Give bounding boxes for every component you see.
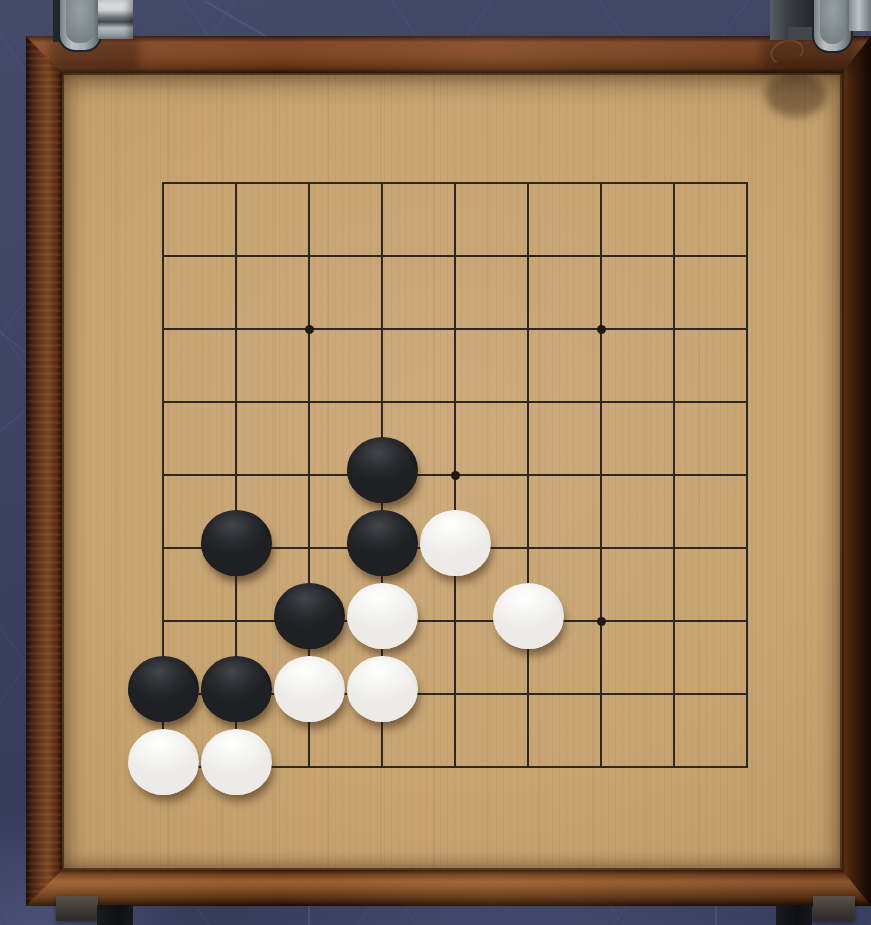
stone-white-A1[interactable]: ● <box>128 729 199 795</box>
star-point <box>597 325 606 334</box>
star-point <box>451 471 460 480</box>
go-scene: ●●●●●●●●●●●●● <box>0 0 871 925</box>
black-stone-glyph: ● <box>347 510 418 576</box>
stone-black-C3[interactable]: ● <box>274 583 345 649</box>
white-stone-glyph: ● <box>347 583 418 649</box>
bottom-right-leg-foot <box>813 896 855 921</box>
stone-black-D5[interactable]: ● <box>347 437 418 503</box>
stone-white-E4[interactable]: ● <box>420 510 491 576</box>
clamp-metal-block <box>98 0 133 39</box>
white-stone-glyph: ● <box>201 729 272 795</box>
background-seam <box>308 906 310 925</box>
clamp-metal-block <box>770 0 813 40</box>
goban-grid[interactable]: ●●●●●●●●●●●●● <box>162 182 748 768</box>
goban-frame-right <box>842 36 871 906</box>
white-stone-glyph: ● <box>274 656 345 722</box>
white-stone-glyph: ● <box>128 729 199 795</box>
clamp-tongue <box>58 0 102 52</box>
stone-black-A2[interactable]: ● <box>128 656 199 722</box>
star-point <box>305 325 314 334</box>
stone-white-B1[interactable]: ● <box>201 729 272 795</box>
clamp-tongue <box>812 0 853 53</box>
white-stone-glyph: ● <box>493 583 564 649</box>
black-stone-glyph: ● <box>347 437 418 503</box>
goban-surface[interactable]: ●●●●●●●●●●●●● <box>62 73 842 870</box>
clamp-shadow <box>765 71 827 117</box>
stone-black-B2[interactable]: ● <box>201 656 272 722</box>
stone-white-D2[interactable]: ● <box>347 656 418 722</box>
stone-white-C2[interactable]: ● <box>274 656 345 722</box>
black-stone-glyph: ● <box>274 583 345 649</box>
bottom-left-leg-post <box>97 905 133 925</box>
bottom-left-leg-foot <box>56 896 98 921</box>
black-stone-glyph: ● <box>201 656 272 722</box>
white-stone-glyph: ● <box>420 510 491 576</box>
goban-frame-bottom <box>26 870 871 906</box>
stone-black-D4[interactable]: ● <box>347 510 418 576</box>
black-stone-glyph: ● <box>128 656 199 722</box>
goban-frame-top <box>26 36 871 73</box>
star-point <box>597 617 606 626</box>
black-stone-glyph: ● <box>201 510 272 576</box>
bottom-right-leg-post <box>776 905 812 925</box>
white-stone-glyph: ● <box>347 656 418 722</box>
goban-frame-left <box>26 36 62 906</box>
stone-white-F3[interactable]: ● <box>493 583 564 649</box>
stone-white-D3[interactable]: ● <box>347 583 418 649</box>
stone-black-B4[interactable]: ● <box>201 510 272 576</box>
background-seam <box>715 906 717 925</box>
clamp-metal-edge <box>849 0 871 31</box>
